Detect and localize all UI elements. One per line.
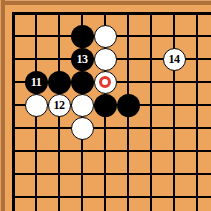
vertical-grid-line bbox=[173, 12, 175, 211]
white-stone-c4r6[interactable] bbox=[71, 117, 94, 140]
stone-move-number: 13 bbox=[77, 53, 88, 65]
board-frame-top bbox=[0, 0, 211, 5]
white-stone-c3r5[interactable]: 12 bbox=[48, 94, 71, 117]
go-board[interactable]: 13141112 bbox=[0, 0, 211, 211]
board-frame-left bbox=[0, 0, 5, 211]
black-stone-c5r5[interactable] bbox=[94, 94, 117, 117]
white-stone-c8r3[interactable]: 14 bbox=[163, 48, 186, 71]
horizontal-grid-line bbox=[12, 127, 211, 129]
vertical-grid-line bbox=[196, 12, 198, 211]
horizontal-grid-line bbox=[12, 150, 211, 152]
horizontal-grid-line bbox=[12, 196, 211, 198]
horizontal-grid-line bbox=[12, 173, 211, 175]
white-stone-c5r3[interactable] bbox=[94, 48, 117, 71]
horizontal-grid-line bbox=[12, 12, 211, 15]
black-stone-c6r5[interactable] bbox=[117, 94, 140, 117]
vertical-grid-line bbox=[12, 12, 15, 211]
white-stone-c5r2[interactable] bbox=[94, 25, 117, 48]
white-stone-c4r5[interactable] bbox=[71, 94, 94, 117]
black-stone-c4r2[interactable] bbox=[71, 25, 94, 48]
black-stone-c4r3[interactable]: 13 bbox=[71, 48, 94, 71]
white-stone-c5r4[interactable] bbox=[94, 71, 117, 94]
red-circle-marker-icon bbox=[99, 76, 111, 88]
stone-move-number: 12 bbox=[54, 99, 65, 111]
stone-move-number: 11 bbox=[31, 76, 41, 88]
stone-move-number: 14 bbox=[169, 53, 180, 65]
black-stone-c4r4[interactable] bbox=[71, 71, 94, 94]
black-stone-c3r4[interactable] bbox=[48, 71, 71, 94]
black-stone-c2r4[interactable]: 11 bbox=[25, 71, 48, 94]
white-stone-c2r5[interactable] bbox=[25, 94, 48, 117]
vertical-grid-line bbox=[150, 12, 152, 211]
